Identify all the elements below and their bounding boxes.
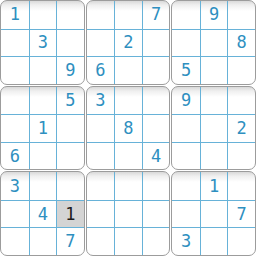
box-r3c1: 3417	[0, 171, 85, 256]
cell-r1c6[interactable]: 7	[142, 1, 170, 29]
cell-r3c3[interactable]: 9	[56, 56, 84, 84]
cell-r2c3[interactable]	[56, 29, 84, 57]
cell-r1c5[interactable]	[114, 1, 142, 29]
cell-r8c8[interactable]	[200, 200, 228, 228]
box-r2c2: 384	[86, 86, 171, 171]
cell-r6c8[interactable]	[200, 142, 228, 170]
cell-r7c6[interactable]	[142, 172, 170, 200]
cell-r9c7[interactable]: 3	[172, 227, 200, 255]
cell-r5c7[interactable]	[172, 114, 200, 142]
cell-r4c2[interactable]	[29, 87, 57, 115]
cell-r9c2[interactable]	[29, 227, 57, 255]
cell-r6c2[interactable]	[29, 142, 57, 170]
box-r1c3: 985	[171, 0, 256, 85]
cell-r8c6[interactable]	[142, 200, 170, 228]
cell-r5c6[interactable]	[142, 114, 170, 142]
cell-r6c9[interactable]	[227, 142, 255, 170]
cell-r5c2[interactable]: 1	[29, 114, 57, 142]
cell-r1c8[interactable]: 9	[200, 1, 228, 29]
cell-r3c5[interactable]	[114, 56, 142, 84]
cell-r4c6[interactable]	[142, 87, 170, 115]
cell-r6c7[interactable]	[172, 142, 200, 170]
cell-r7c9[interactable]	[227, 172, 255, 200]
cell-r3c7[interactable]: 5	[172, 56, 200, 84]
box-r2c3: 92	[171, 86, 256, 171]
cell-r9c3[interactable]: 7	[56, 227, 84, 255]
cell-r3c1[interactable]	[1, 56, 29, 84]
sudoku-board: 139 726 985 516 384 92 3417 173	[0, 0, 256, 256]
cell-r3c4[interactable]: 6	[87, 56, 115, 84]
cell-r7c8[interactable]: 1	[200, 172, 228, 200]
cell-r3c6[interactable]	[142, 56, 170, 84]
cell-r6c4[interactable]	[87, 142, 115, 170]
cell-r9c4[interactable]	[87, 227, 115, 255]
cell-r4c1[interactable]	[1, 87, 29, 115]
cell-r2c9[interactable]: 8	[227, 29, 255, 57]
cell-r9c6[interactable]	[142, 227, 170, 255]
cell-r8c3[interactable]: 1	[56, 200, 84, 228]
cell-r2c6[interactable]	[142, 29, 170, 57]
box-r1c2: 726	[86, 0, 171, 85]
cell-r7c1[interactable]: 3	[1, 172, 29, 200]
cell-r8c9[interactable]: 7	[227, 200, 255, 228]
cell-r4c4[interactable]: 3	[87, 87, 115, 115]
cell-r6c6[interactable]: 4	[142, 142, 170, 170]
cell-r9c5[interactable]	[114, 227, 142, 255]
cell-r2c5[interactable]: 2	[114, 29, 142, 57]
cell-r8c4[interactable]	[87, 200, 115, 228]
cell-r8c1[interactable]	[1, 200, 29, 228]
cell-r9c8[interactable]	[200, 227, 228, 255]
cell-r2c4[interactable]	[87, 29, 115, 57]
cell-r5c9[interactable]: 2	[227, 114, 255, 142]
cell-r6c5[interactable]	[114, 142, 142, 170]
cell-r6c1[interactable]: 6	[1, 142, 29, 170]
cell-r2c8[interactable]	[200, 29, 228, 57]
cell-r1c3[interactable]	[56, 1, 84, 29]
cell-r1c2[interactable]	[29, 1, 57, 29]
cell-r9c9[interactable]	[227, 227, 255, 255]
cell-r1c4[interactable]	[87, 1, 115, 29]
cell-r1c7[interactable]	[172, 1, 200, 29]
cell-r4c3[interactable]: 5	[56, 87, 84, 115]
cell-r7c4[interactable]	[87, 172, 115, 200]
box-r3c3: 173	[171, 171, 256, 256]
cell-r8c2[interactable]: 4	[29, 200, 57, 228]
cell-r5c8[interactable]	[200, 114, 228, 142]
box-r3c2	[86, 171, 171, 256]
cell-r2c1[interactable]	[1, 29, 29, 57]
cell-r5c1[interactable]	[1, 114, 29, 142]
cell-r5c3[interactable]	[56, 114, 84, 142]
cell-r2c2[interactable]: 3	[29, 29, 57, 57]
cell-r3c2[interactable]	[29, 56, 57, 84]
cell-r5c4[interactable]	[87, 114, 115, 142]
cell-r4c5[interactable]	[114, 87, 142, 115]
cell-r3c8[interactable]	[200, 56, 228, 84]
cell-r1c1[interactable]: 1	[1, 1, 29, 29]
cell-r2c7[interactable]	[172, 29, 200, 57]
cell-r7c3[interactable]	[56, 172, 84, 200]
cell-r7c7[interactable]	[172, 172, 200, 200]
cell-r4c9[interactable]	[227, 87, 255, 115]
cell-r5c5[interactable]: 8	[114, 114, 142, 142]
cell-r3c9[interactable]	[227, 56, 255, 84]
box-r2c1: 516	[0, 86, 85, 171]
cell-r7c2[interactable]	[29, 172, 57, 200]
cell-r8c5[interactable]	[114, 200, 142, 228]
cell-r4c8[interactable]	[200, 87, 228, 115]
box-r1c1: 139	[0, 0, 85, 85]
cell-r4c7[interactable]: 9	[172, 87, 200, 115]
cell-r9c1[interactable]	[1, 227, 29, 255]
cell-r8c7[interactable]	[172, 200, 200, 228]
cell-r1c9[interactable]	[227, 1, 255, 29]
cell-r6c3[interactable]	[56, 142, 84, 170]
cell-r7c5[interactable]	[114, 172, 142, 200]
